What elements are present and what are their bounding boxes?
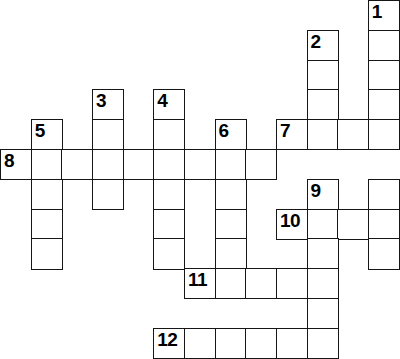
crossword-cell[interactable] xyxy=(307,298,339,329)
crossword-cell[interactable] xyxy=(368,119,400,150)
crossword-cell[interactable] xyxy=(153,149,185,180)
crossword-cell[interactable] xyxy=(307,60,339,91)
crossword-cell[interactable] xyxy=(153,119,185,150)
crossword-cell[interactable]: 12 xyxy=(153,328,185,359)
crossword-cell[interactable] xyxy=(307,209,339,240)
crossword-cell[interactable]: 4 xyxy=(153,89,185,120)
clue-number: 12 xyxy=(157,330,177,349)
clue-number: 9 xyxy=(311,181,321,200)
crossword-cell[interactable] xyxy=(368,209,400,240)
clue-number: 7 xyxy=(280,121,290,140)
crossword-cell[interactable]: 9 xyxy=(307,179,339,210)
crossword-cell[interactable] xyxy=(307,238,339,269)
crossword-cell[interactable] xyxy=(215,179,247,210)
crossword-cell[interactable]: 1 xyxy=(368,0,400,31)
crossword-cell[interactable] xyxy=(337,119,369,150)
crossword-cell[interactable] xyxy=(153,238,185,269)
crossword-cell[interactable] xyxy=(215,238,247,269)
crossword-cell[interactable]: 10 xyxy=(276,209,308,240)
crossword-board: 123456789101112 xyxy=(0,0,400,359)
crossword-cell[interactable] xyxy=(307,119,339,150)
crossword-cell[interactable] xyxy=(31,149,63,180)
crossword-cell[interactable]: 5 xyxy=(31,119,63,150)
crossword-cell[interactable] xyxy=(337,209,369,240)
clue-number: 5 xyxy=(35,121,45,140)
crossword-cell[interactable]: 6 xyxy=(215,119,247,150)
crossword-cell[interactable] xyxy=(31,209,63,240)
clue-number: 10 xyxy=(280,211,300,230)
crossword-cell[interactable]: 7 xyxy=(276,119,308,150)
clue-number: 8 xyxy=(4,151,14,170)
crossword-cell[interactable] xyxy=(245,328,277,359)
crossword-cell[interactable]: 2 xyxy=(307,30,339,61)
crossword-cell[interactable] xyxy=(368,60,400,91)
crossword-cell[interactable]: 11 xyxy=(184,268,216,299)
crossword-cell[interactable] xyxy=(92,119,124,150)
crossword-cell[interactable] xyxy=(307,268,339,299)
clue-number: 2 xyxy=(311,32,321,51)
clue-number: 1 xyxy=(372,2,382,21)
crossword-cell[interactable] xyxy=(245,149,277,180)
crossword-cell[interactable]: 8 xyxy=(0,149,32,180)
clue-number: 11 xyxy=(188,270,207,289)
crossword-cell[interactable]: 3 xyxy=(92,89,124,120)
crossword-cell[interactable] xyxy=(215,268,247,299)
crossword-cell[interactable] xyxy=(276,328,308,359)
crossword-cell[interactable] xyxy=(92,179,124,210)
crossword-cell[interactable] xyxy=(215,149,247,180)
crossword-cell[interactable] xyxy=(92,149,124,180)
crossword-cell[interactable] xyxy=(31,179,63,210)
crossword-cell[interactable] xyxy=(153,209,185,240)
crossword-cell[interactable] xyxy=(184,149,216,180)
clue-number: 4 xyxy=(157,91,167,110)
crossword-cell[interactable] xyxy=(153,179,185,210)
crossword-cell[interactable] xyxy=(276,268,308,299)
crossword-cell[interactable] xyxy=(123,149,155,180)
crossword-cell[interactable] xyxy=(368,30,400,61)
crossword-cell[interactable] xyxy=(61,149,93,180)
crossword-cell[interactable] xyxy=(368,179,400,210)
crossword-cell[interactable] xyxy=(245,268,277,299)
crossword-cell[interactable] xyxy=(215,328,247,359)
clue-number: 6 xyxy=(219,121,229,140)
crossword-cell[interactable] xyxy=(307,328,339,359)
crossword-cell[interactable] xyxy=(368,89,400,120)
crossword-cell[interactable] xyxy=(31,238,63,269)
clue-number: 3 xyxy=(96,91,106,110)
crossword-cell[interactable] xyxy=(368,238,400,269)
crossword-cell[interactable] xyxy=(307,89,339,120)
crossword-cell[interactable] xyxy=(184,328,216,359)
crossword-cell[interactable] xyxy=(215,209,247,240)
